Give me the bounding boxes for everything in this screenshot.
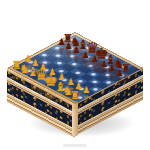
piece-white-pawn: ♟♟ [82, 86, 90, 95]
piece-white-rook: ♜♜ [70, 90, 80, 101]
corner-molding [72, 101, 78, 136]
piece-black-pawn: ♟♟ [115, 69, 123, 78]
piece-black-pawn: ♟♟ [64, 42, 72, 51]
watermark [63, 144, 87, 147]
piece-black-pawn: ♟♟ [81, 51, 89, 60]
piece-black-pawn: ♟♟ [91, 56, 99, 65]
piece-black-pawn: ♟♟ [72, 46, 80, 55]
chess-set-photo: ♜♜♞♞♝♝♛♛♚♚♝♝♞♞♜♜♟♟♟♟♟♟♟♟♟♟♟♟♟♟♟♟♟♟♟♟♟♟♟♟… [0, 0, 150, 150]
